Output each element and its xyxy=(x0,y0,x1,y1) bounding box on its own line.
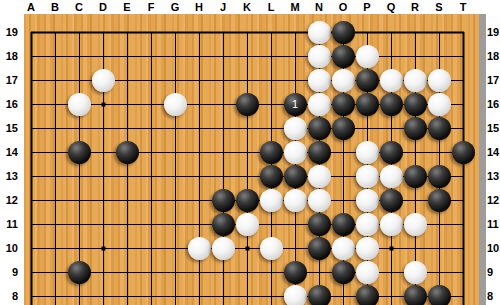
white-stone-icon: ○ xyxy=(170,93,181,116)
black-stone-L14: ● xyxy=(260,141,283,164)
white-stone-icon: ○ xyxy=(218,237,229,260)
black-stone-S15: ● xyxy=(428,117,451,140)
black-stone-J12: ● xyxy=(212,189,235,212)
black-stone-Q14: ● xyxy=(380,141,403,164)
row-label-right-13: 13 xyxy=(487,169,500,183)
black-stone-R13: ● xyxy=(404,165,427,188)
black-stone-icon: ● xyxy=(338,21,349,44)
white-stone-icon: ○ xyxy=(362,45,373,68)
black-stone-icon: ● xyxy=(314,117,325,140)
row-label-left-13: 13 xyxy=(1,169,18,183)
black-stone-icon: ● xyxy=(338,117,349,140)
row-label-left-10: 10 xyxy=(1,241,18,255)
row-label-right-18: 18 xyxy=(487,49,500,63)
row-label-left-11: 11 xyxy=(1,217,18,231)
white-stone-P14: ○ xyxy=(356,141,379,164)
white-stone-R11: ○ xyxy=(404,213,427,236)
white-stone-S17: ○ xyxy=(428,69,451,92)
black-stone-E14: ● xyxy=(116,141,139,164)
white-stone-icon: ○ xyxy=(338,69,349,92)
row-label-right-11: 11 xyxy=(487,217,500,231)
white-stone-P18: ○ xyxy=(356,45,379,68)
column-label-F: F xyxy=(139,0,163,14)
goban[interactable]: ○●○●○○○○●○○○○○●●1○●●●●○○●●●●●●●○●○●●●●○○… xyxy=(24,14,479,305)
black-stone-icon: ● xyxy=(242,93,253,116)
black-stone-icon: ● xyxy=(386,93,397,116)
white-stone-icon: ○ xyxy=(362,213,373,236)
stones-layer: ○●○●○○○○●○○○○○●●1○●●●●○○●●●●●●●○●○●●●●○○… xyxy=(19,20,475,305)
white-stone-icon: ○ xyxy=(362,261,373,284)
black-stone-O15: ● xyxy=(332,117,355,140)
black-stone-O11: ● xyxy=(332,213,355,236)
black-stone-icon: ● xyxy=(74,141,85,164)
white-stone-M8: ○ xyxy=(284,285,307,305)
black-stone-K12: ● xyxy=(236,189,259,212)
black-stone-N10: ● xyxy=(308,237,331,260)
black-stone-icon: ● xyxy=(434,285,445,305)
column-label-P: P xyxy=(355,0,379,14)
black-stone-icon: ● xyxy=(290,261,301,284)
white-stone-icon: ○ xyxy=(434,69,445,92)
white-stone-Q17: ○ xyxy=(380,69,403,92)
black-stone-C14: ● xyxy=(68,141,91,164)
black-stone-S13: ● xyxy=(428,165,451,188)
white-stone-G16: ○ xyxy=(164,93,187,116)
white-stone-L10: ○ xyxy=(260,237,283,260)
white-stone-icon: ○ xyxy=(314,45,325,68)
column-label-N: N xyxy=(307,0,331,14)
black-stone-P8: ● xyxy=(356,285,379,305)
row-label-left-18: 18 xyxy=(1,49,18,63)
row-label-left-12: 12 xyxy=(1,193,18,207)
black-stone-icon: ● xyxy=(218,189,229,212)
white-stone-R17: ○ xyxy=(404,69,427,92)
column-label-Q: Q xyxy=(379,0,403,14)
white-stone-H10: ○ xyxy=(188,237,211,260)
black-stone-R8: ● xyxy=(404,285,427,305)
white-stone-M15: ○ xyxy=(284,117,307,140)
row-label-right-12: 12 xyxy=(487,193,500,207)
black-stone-N11: ● xyxy=(308,213,331,236)
column-label-R: R xyxy=(403,0,427,14)
black-stone-S12: ● xyxy=(428,189,451,212)
black-stone-M13: ● xyxy=(284,165,307,188)
black-stone-J11: ● xyxy=(212,213,235,236)
white-stone-O17: ○ xyxy=(332,69,355,92)
white-stone-icon: ○ xyxy=(290,189,301,212)
black-stone-P16: ● xyxy=(356,93,379,116)
black-stone-Q16: ● xyxy=(380,93,403,116)
black-stone-icon: ● xyxy=(74,261,85,284)
white-stone-icon: ○ xyxy=(266,237,277,260)
black-stone-icon: ● xyxy=(242,189,253,212)
white-stone-S16: ○ xyxy=(428,93,451,116)
white-stone-P9: ○ xyxy=(356,261,379,284)
row-label-left-15: 15 xyxy=(1,121,18,135)
board-edge-shadow xyxy=(479,14,486,305)
column-label-J: J xyxy=(211,0,235,14)
white-stone-icon: ○ xyxy=(242,213,253,236)
white-stone-icon: ○ xyxy=(362,189,373,212)
white-stone-N18: ○ xyxy=(308,45,331,68)
black-stone-icon: ● xyxy=(122,141,133,164)
black-stone-icon: ● xyxy=(314,285,325,305)
white-stone-icon: ○ xyxy=(410,213,421,236)
white-stone-icon: ○ xyxy=(314,93,325,116)
column-label-O: O xyxy=(331,0,355,14)
white-stone-icon: ○ xyxy=(290,117,301,140)
column-label-S: S xyxy=(427,0,451,14)
black-stone-icon: ● xyxy=(458,141,469,164)
black-stone-icon: ● xyxy=(434,165,445,188)
white-stone-C16: ○ xyxy=(68,93,91,116)
white-stone-icon: ○ xyxy=(386,69,397,92)
black-stone-icon: ● xyxy=(362,69,373,92)
black-stone-O16: ● xyxy=(332,93,355,116)
white-stone-N12: ○ xyxy=(308,189,331,212)
white-stone-icon: ○ xyxy=(314,21,325,44)
row-label-right-9: 9 xyxy=(487,265,500,279)
white-stone-N19: ○ xyxy=(308,21,331,44)
white-stone-icon: ○ xyxy=(362,165,373,188)
white-stone-icon: ○ xyxy=(386,213,397,236)
black-stone-icon: ● xyxy=(266,165,277,188)
black-stone-icon: ● xyxy=(338,261,349,284)
white-stone-D17: ○ xyxy=(92,69,115,92)
black-stone-icon: ● xyxy=(338,45,349,68)
column-label-M: M xyxy=(283,0,307,14)
white-stone-icon: ○ xyxy=(314,189,325,212)
white-stone-icon: ○ xyxy=(314,165,325,188)
black-stone-icon: ● xyxy=(434,189,445,212)
white-stone-O10: ○ xyxy=(332,237,355,260)
black-stone-N8: ● xyxy=(308,285,331,305)
row-label-left-19: 19 xyxy=(1,25,18,39)
black-stone-Q12: ● xyxy=(380,189,403,212)
white-stone-icon: ○ xyxy=(290,141,301,164)
column-label-E: E xyxy=(115,0,139,14)
white-stone-K11: ○ xyxy=(236,213,259,236)
black-stone-M9: ● xyxy=(284,261,307,284)
black-stone-icon: ● xyxy=(314,213,325,236)
row-label-left-17: 17 xyxy=(1,73,18,87)
white-stone-Q13: ○ xyxy=(380,165,403,188)
black-stone-icon: ● xyxy=(362,285,373,305)
black-stone-N15: ● xyxy=(308,117,331,140)
row-label-right-19: 19 xyxy=(487,25,500,39)
column-label-G: G xyxy=(163,0,187,14)
black-stone-icon: ● xyxy=(314,237,325,260)
black-stone-icon: ● xyxy=(434,117,445,140)
row-label-right-10: 10 xyxy=(487,241,500,255)
row-label-left-8: 8 xyxy=(1,289,18,303)
white-stone-P12: ○ xyxy=(356,189,379,212)
row-label-right-15: 15 xyxy=(487,121,500,135)
black-stone-icon: ● xyxy=(314,141,325,164)
column-label-A: A xyxy=(19,0,43,14)
black-stone-O18: ● xyxy=(332,45,355,68)
column-label-K: K xyxy=(235,0,259,14)
black-stone-icon: ● xyxy=(410,285,421,305)
row-label-left-14: 14 xyxy=(1,145,18,159)
white-stone-icon: ○ xyxy=(386,165,397,188)
black-stone-N14: ● xyxy=(308,141,331,164)
column-label-C: C xyxy=(67,0,91,14)
black-stone-O19: ● xyxy=(332,21,355,44)
white-stone-N17: ○ xyxy=(308,69,331,92)
black-stone-icon: ● xyxy=(266,141,277,164)
black-stone-R16: ● xyxy=(404,93,427,116)
black-stone-C9: ● xyxy=(68,261,91,284)
white-stone-icon: ○ xyxy=(410,69,421,92)
white-stone-icon: ○ xyxy=(338,237,349,260)
column-label-B: B xyxy=(43,0,67,14)
black-stone-icon: ● xyxy=(386,189,397,212)
row-label-right-16: 16 xyxy=(487,97,500,111)
black-stone-icon: ● xyxy=(386,141,397,164)
move-number-marker: 1 xyxy=(284,93,307,116)
white-stone-N13: ○ xyxy=(308,165,331,188)
white-stone-J10: ○ xyxy=(212,237,235,260)
black-stone-icon: ● xyxy=(410,117,421,140)
row-label-right-17: 17 xyxy=(487,73,500,87)
white-stone-M14: ○ xyxy=(284,141,307,164)
row-label-left-9: 9 xyxy=(1,265,18,279)
white-stone-N16: ○ xyxy=(308,93,331,116)
white-stone-P13: ○ xyxy=(356,165,379,188)
row-label-right-14: 14 xyxy=(487,145,500,159)
column-label-H: H xyxy=(187,0,211,14)
white-stone-icon: ○ xyxy=(290,285,301,305)
black-stone-icon: ● xyxy=(218,213,229,236)
row-label-right-8: 8 xyxy=(487,289,500,303)
white-stone-M12: ○ xyxy=(284,189,307,212)
white-stone-R9: ○ xyxy=(404,261,427,284)
white-stone-icon: ○ xyxy=(362,141,373,164)
column-label-D: D xyxy=(91,0,115,14)
black-stone-S8: ● xyxy=(428,285,451,305)
black-stone-M16: ●1 xyxy=(284,93,307,116)
black-stone-icon: ● xyxy=(338,93,349,116)
white-stone-icon: ○ xyxy=(434,93,445,116)
black-stone-icon: ● xyxy=(362,93,373,116)
go-board-screenshot: ABCDEFGHJKLMNOPQRST 19181716151413121110… xyxy=(0,0,500,305)
white-stone-icon: ○ xyxy=(266,189,277,212)
column-label-T: T xyxy=(451,0,475,14)
black-stone-K16: ● xyxy=(236,93,259,116)
black-stone-icon: ● xyxy=(410,165,421,188)
black-stone-P17: ● xyxy=(356,69,379,92)
black-stone-T14: ● xyxy=(452,141,475,164)
white-stone-Q11: ○ xyxy=(380,213,403,236)
black-stone-icon: ● xyxy=(338,213,349,236)
white-stone-P11: ○ xyxy=(356,213,379,236)
white-stone-icon: ○ xyxy=(98,69,109,92)
black-stone-R15: ● xyxy=(404,117,427,140)
black-stone-O9: ● xyxy=(332,261,355,284)
black-stone-icon: ● xyxy=(290,165,301,188)
white-stone-icon: ○ xyxy=(194,237,205,260)
white-stone-icon: ○ xyxy=(314,69,325,92)
row-label-left-16: 16 xyxy=(1,97,18,111)
black-stone-icon: ● xyxy=(410,93,421,116)
white-stone-icon: ○ xyxy=(362,237,373,260)
black-stone-L13: ● xyxy=(260,165,283,188)
white-stone-L12: ○ xyxy=(260,189,283,212)
white-stone-icon: ○ xyxy=(410,261,421,284)
column-label-L: L xyxy=(259,0,283,14)
white-stone-icon: ○ xyxy=(74,93,85,116)
white-stone-P10: ○ xyxy=(356,237,379,260)
